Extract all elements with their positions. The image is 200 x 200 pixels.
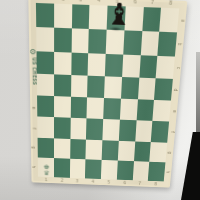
coordinate-label: 7	[138, 182, 141, 186]
light-square	[71, 29, 89, 53]
dark-square	[151, 121, 169, 142]
dark-square	[86, 119, 103, 140]
light-square	[132, 161, 149, 181]
light-square	[54, 96, 71, 118]
light-square	[106, 30, 124, 54]
light-square	[104, 76, 122, 99]
coordinate-labels-left: efgh	[30, 97, 37, 176]
coordinate-label: f	[170, 131, 174, 133]
cloth-fold-shadow	[196, 52, 200, 142]
coordinate-label: 8	[154, 183, 157, 187]
light-square	[70, 118, 87, 139]
light-square	[54, 138, 70, 159]
black-bishop-piece: ♝	[106, 0, 127, 30]
dark-square	[102, 140, 119, 161]
dark-square	[105, 53, 123, 76]
dark-square	[36, 3, 54, 28]
dark-square	[119, 120, 137, 141]
coordinate-label: 3	[76, 180, 79, 184]
dark-square	[158, 32, 177, 56]
light-square	[86, 139, 103, 160]
light-square	[71, 75, 88, 98]
us-chess-logo-circle-icon	[30, 49, 35, 54]
dark-square	[154, 78, 173, 101]
coordinate-label: a	[180, 19, 185, 22]
coordinate-label: 2	[60, 179, 63, 183]
light-square	[159, 8, 179, 33]
dark-square	[71, 52, 89, 75]
light-square	[69, 158, 85, 178]
light-square	[101, 160, 118, 180]
coordinate-label: 1	[43, 0, 46, 1]
light-square	[120, 99, 138, 121]
light-square	[135, 120, 153, 141]
coordinate-label: b	[178, 43, 183, 46]
dark-square	[54, 117, 70, 138]
light-square	[137, 77, 155, 100]
dark-square	[54, 158, 70, 178]
coordinate-label: 7	[151, 0, 154, 5]
dark-square	[136, 99, 154, 121]
dark-square	[70, 139, 86, 160]
dark-square	[37, 51, 54, 74]
coordinate-label: e	[31, 106, 35, 109]
light-square	[150, 142, 168, 163]
dark-square	[123, 31, 142, 55]
dark-object-corner	[181, 132, 200, 200]
dark-square	[103, 98, 121, 120]
coordinate-label: 2	[61, 0, 64, 2]
dark-square	[121, 77, 139, 100]
dark-square	[117, 160, 134, 180]
light-square	[54, 51, 71, 74]
coordinate-label: f	[31, 127, 35, 129]
coordinate-label: d	[174, 88, 179, 91]
coordinate-label: 3	[79, 0, 82, 3]
dark-square	[54, 28, 72, 52]
coordinate-label: 1	[45, 178, 48, 182]
dark-square	[71, 4, 89, 29]
light-square	[102, 119, 119, 140]
dark-square	[134, 141, 151, 162]
chess-board: 12345678 12345678 abcdefgh efgh US CHESS…	[28, 0, 187, 188]
coordinate-label: g	[168, 151, 172, 154]
coordinate-label: 4	[97, 0, 100, 3]
light-square	[37, 73, 54, 96]
coordinate-label: 5	[107, 181, 110, 185]
dark-square	[85, 159, 101, 179]
dark-square	[139, 55, 158, 78]
coordinate-label: c	[176, 66, 181, 69]
coordinate-label: 4	[92, 180, 95, 184]
light-square	[87, 97, 104, 119]
coordinate-label: 8	[169, 1, 172, 6]
coordinate-label: g	[32, 147, 36, 150]
dark-square	[142, 7, 161, 32]
dark-square	[70, 97, 87, 119]
light-square	[122, 54, 140, 77]
light-square	[156, 55, 175, 78]
light-square	[88, 53, 106, 76]
dark-square	[54, 74, 71, 97]
photo-scene: 12345678 12345678 abcdefgh efgh US CHESS…	[0, 0, 200, 200]
light-square	[37, 117, 53, 138]
dark-square	[88, 29, 106, 53]
light-square	[36, 27, 54, 51]
light-square	[140, 31, 159, 55]
coordinate-label: 6	[133, 0, 136, 5]
dark-square	[37, 95, 54, 117]
light-square	[118, 140, 135, 161]
dark-square	[148, 162, 165, 182]
dark-square	[87, 75, 105, 98]
coordinate-label: e	[172, 110, 177, 113]
coordinate-label: h	[32, 166, 36, 169]
dark-square	[38, 137, 54, 158]
coordinate-label: 6	[123, 181, 126, 185]
coordinate-label: h	[166, 171, 170, 174]
light-square	[153, 100, 171, 122]
light-square	[54, 4, 72, 29]
corner-crown-logo-icon: ♚♛	[39, 165, 54, 177]
crown-glyph-icon: ♛	[39, 170, 54, 176]
